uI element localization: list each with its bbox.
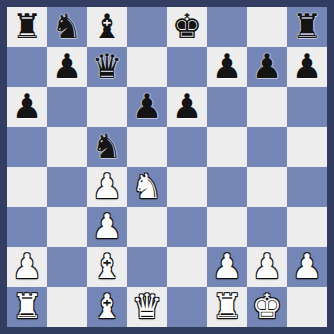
square-e2[interactable] (167, 247, 207, 287)
piece-white-pawn[interactable]: ♟ (92, 207, 122, 246)
square-g8[interactable] (247, 7, 287, 47)
square-f1[interactable]: ♜ (207, 287, 247, 327)
square-a2[interactable]: ♟ (7, 247, 47, 287)
piece-white-bishop[interactable]: ♝ (92, 247, 122, 286)
square-g5[interactable] (247, 127, 287, 167)
square-b2[interactable] (47, 247, 87, 287)
square-d6[interactable]: ♟ (127, 87, 167, 127)
piece-white-pawn[interactable]: ♟ (252, 247, 282, 286)
square-h1[interactable] (287, 287, 327, 327)
square-b6[interactable] (47, 87, 87, 127)
piece-black-pawn[interactable]: ♟ (132, 87, 162, 126)
piece-white-rook[interactable]: ♜ (212, 287, 242, 326)
square-b7[interactable]: ♟ (47, 47, 87, 87)
piece-black-pawn[interactable]: ♟ (172, 87, 202, 126)
piece-black-pawn[interactable]: ♟ (212, 47, 242, 86)
square-d8[interactable] (127, 7, 167, 47)
square-e1[interactable] (167, 287, 207, 327)
square-b5[interactable] (47, 127, 87, 167)
square-a5[interactable] (7, 127, 47, 167)
square-c7[interactable]: ♛ (87, 47, 127, 87)
square-c1[interactable]: ♝ (87, 287, 127, 327)
square-e8[interactable]: ♚ (167, 7, 207, 47)
square-d4[interactable]: ♞ (127, 167, 167, 207)
square-g2[interactable]: ♟ (247, 247, 287, 287)
square-f2[interactable]: ♟ (207, 247, 247, 287)
piece-black-rook[interactable]: ♜ (292, 7, 322, 46)
square-d7[interactable] (127, 47, 167, 87)
square-b8[interactable]: ♞ (47, 7, 87, 47)
square-g3[interactable] (247, 207, 287, 247)
square-e7[interactable] (167, 47, 207, 87)
square-c2[interactable]: ♝ (87, 247, 127, 287)
square-b3[interactable] (47, 207, 87, 247)
piece-black-bishop[interactable]: ♝ (92, 7, 122, 46)
piece-black-queen[interactable]: ♛ (92, 47, 122, 86)
square-d3[interactable] (127, 207, 167, 247)
square-h6[interactable] (287, 87, 327, 127)
square-f4[interactable] (207, 167, 247, 207)
square-g1[interactable]: ♚ (247, 287, 287, 327)
square-f8[interactable] (207, 7, 247, 47)
square-f3[interactable] (207, 207, 247, 247)
square-f6[interactable] (207, 87, 247, 127)
piece-black-knight[interactable]: ♞ (92, 127, 122, 166)
square-a1[interactable]: ♜ (7, 287, 47, 327)
piece-white-rook[interactable]: ♜ (12, 287, 42, 326)
chess-board: ♜♞♝♚♜♟♛♟♟♟♟♟♟♞♟♞♟♟♝♟♟♟♜♝♛♜♚ (7, 7, 327, 327)
piece-white-queen[interactable]: ♛ (132, 287, 162, 326)
square-e3[interactable] (167, 207, 207, 247)
piece-black-knight[interactable]: ♞ (52, 7, 82, 46)
square-e5[interactable] (167, 127, 207, 167)
square-c3[interactable]: ♟ (87, 207, 127, 247)
piece-black-pawn[interactable]: ♟ (252, 47, 282, 86)
square-h5[interactable] (287, 127, 327, 167)
square-d1[interactable]: ♛ (127, 287, 167, 327)
square-d5[interactable] (127, 127, 167, 167)
board-frame: ♜♞♝♚♜♟♛♟♟♟♟♟♟♞♟♞♟♟♝♟♟♟♜♝♛♜♚ (0, 0, 334, 334)
piece-white-pawn[interactable]: ♟ (212, 247, 242, 286)
piece-white-bishop[interactable]: ♝ (92, 287, 122, 326)
piece-black-pawn[interactable]: ♟ (292, 47, 322, 86)
square-f5[interactable] (207, 127, 247, 167)
square-g7[interactable]: ♟ (247, 47, 287, 87)
piece-white-knight[interactable]: ♞ (132, 167, 162, 206)
square-e6[interactable]: ♟ (167, 87, 207, 127)
square-c6[interactable] (87, 87, 127, 127)
square-a6[interactable]: ♟ (7, 87, 47, 127)
piece-white-pawn[interactable]: ♟ (92, 167, 122, 206)
square-h3[interactable] (287, 207, 327, 247)
piece-black-king[interactable]: ♚ (172, 7, 202, 46)
piece-black-pawn[interactable]: ♟ (52, 47, 82, 86)
square-a4[interactable] (7, 167, 47, 207)
square-h2[interactable]: ♟ (287, 247, 327, 287)
square-f7[interactable]: ♟ (207, 47, 247, 87)
square-c8[interactable]: ♝ (87, 7, 127, 47)
square-g6[interactable] (247, 87, 287, 127)
square-b4[interactable] (47, 167, 87, 207)
piece-black-rook[interactable]: ♜ (12, 7, 42, 46)
square-c5[interactable]: ♞ (87, 127, 127, 167)
piece-white-pawn[interactable]: ♟ (12, 247, 42, 286)
square-e4[interactable] (167, 167, 207, 207)
square-d2[interactable] (127, 247, 167, 287)
square-h8[interactable]: ♜ (287, 7, 327, 47)
square-c4[interactable]: ♟ (87, 167, 127, 207)
square-h4[interactable] (287, 167, 327, 207)
piece-white-pawn[interactable]: ♟ (292, 247, 322, 286)
square-h7[interactable]: ♟ (287, 47, 327, 87)
square-b1[interactable] (47, 287, 87, 327)
piece-black-pawn[interactable]: ♟ (12, 87, 42, 126)
square-a7[interactable] (7, 47, 47, 87)
square-g4[interactable] (247, 167, 287, 207)
square-a8[interactable]: ♜ (7, 7, 47, 47)
piece-white-king[interactable]: ♚ (252, 287, 282, 326)
square-a3[interactable] (7, 207, 47, 247)
